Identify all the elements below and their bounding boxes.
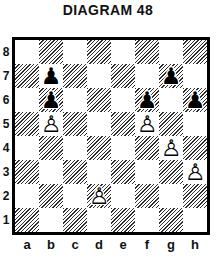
square-a2 — [15, 184, 39, 208]
square-a1 — [15, 208, 39, 232]
square-g7: ♟♟ — [159, 64, 183, 88]
square-c6 — [63, 88, 87, 112]
square-d3 — [87, 160, 111, 184]
file-label: a — [15, 237, 39, 252]
square-b5: ♟♙ — [39, 112, 63, 136]
white-pawn: ♟♙ — [159, 136, 183, 160]
square-d8 — [87, 40, 111, 64]
square-e6 — [111, 88, 135, 112]
piece-glyph: ♟ — [159, 64, 183, 88]
chess-board: ♟♟♟♟♟♟♟♟♟♟♟♙♟♙♟♙♟♙♟♙ — [12, 37, 210, 235]
black-pawn: ♟♟ — [135, 88, 159, 112]
square-h2 — [183, 184, 207, 208]
square-a8 — [15, 40, 39, 64]
file-label: b — [39, 237, 63, 252]
piece-glyph: ♟ — [39, 88, 63, 112]
square-a7 — [15, 64, 39, 88]
white-pawn: ♟♙ — [183, 160, 207, 184]
square-d5 — [87, 112, 111, 136]
square-e4 — [111, 136, 135, 160]
square-c2 — [63, 184, 87, 208]
square-g5 — [159, 112, 183, 136]
square-h1 — [183, 208, 207, 232]
square-c4 — [63, 136, 87, 160]
file-label: h — [183, 237, 207, 252]
board-area: 87654321 ♟♟♟♟♟♟♟♟♟♟♟♙♟♙♟♙♟♙♟♙ abcdefgh — [0, 37, 210, 252]
black-pawn: ♟♟ — [159, 64, 183, 88]
black-pawn: ♟♟ — [39, 64, 63, 88]
chess-diagram-page: DIAGRAM 48 87654321 ♟♟♟♟♟♟♟♟♟♟♟♙♟♙♟♙♟♙♟♙… — [0, 0, 216, 271]
square-f3 — [135, 160, 159, 184]
square-f8 — [135, 40, 159, 64]
piece-glyph: ♟ — [135, 88, 159, 112]
square-e5 — [111, 112, 135, 136]
piece-glyph: ♟ — [39, 64, 63, 88]
rank-labels: 87654321 — [0, 37, 12, 232]
square-g6 — [159, 88, 183, 112]
square-f1 — [135, 208, 159, 232]
square-b3 — [39, 160, 63, 184]
square-d7 — [87, 64, 111, 88]
square-e8 — [111, 40, 135, 64]
piece-glyph: ♟ — [183, 88, 207, 112]
rank-label: 6 — [0, 88, 12, 112]
piece-glyph: ♙ — [39, 112, 63, 136]
white-pawn: ♟♙ — [87, 184, 111, 208]
file-label: g — [159, 237, 183, 252]
square-a3 — [15, 160, 39, 184]
square-b6: ♟♟ — [39, 88, 63, 112]
piece-glyph: ♙ — [183, 160, 207, 184]
square-h5 — [183, 112, 207, 136]
file-label: e — [111, 237, 135, 252]
square-e3 — [111, 160, 135, 184]
square-g2 — [159, 184, 183, 208]
rank-label: 7 — [0, 64, 12, 88]
diagram-title: DIAGRAM 48 — [0, 2, 216, 18]
square-a6 — [15, 88, 39, 112]
square-b2 — [39, 184, 63, 208]
square-c1 — [63, 208, 87, 232]
square-e7 — [111, 64, 135, 88]
square-g3 — [159, 160, 183, 184]
square-b1 — [39, 208, 63, 232]
square-c7 — [63, 64, 87, 88]
square-d1 — [87, 208, 111, 232]
file-labels: abcdefgh — [15, 237, 210, 252]
piece-glyph: ♙ — [159, 136, 183, 160]
rank-label: 5 — [0, 112, 12, 136]
square-g4: ♟♙ — [159, 136, 183, 160]
file-label: f — [135, 237, 159, 252]
rank-label: 2 — [0, 184, 12, 208]
square-h6: ♟♟ — [183, 88, 207, 112]
file-label: d — [87, 237, 111, 252]
square-c3 — [63, 160, 87, 184]
square-a5 — [15, 112, 39, 136]
square-f4 — [135, 136, 159, 160]
piece-glyph: ♙ — [135, 112, 159, 136]
rank-label: 3 — [0, 160, 12, 184]
white-pawn: ♟♙ — [39, 112, 63, 136]
square-b8 — [39, 40, 63, 64]
square-c8 — [63, 40, 87, 64]
square-f7 — [135, 64, 159, 88]
square-h7 — [183, 64, 207, 88]
rank-label: 8 — [0, 40, 12, 64]
square-g8 — [159, 40, 183, 64]
square-b4 — [39, 136, 63, 160]
square-b7: ♟♟ — [39, 64, 63, 88]
white-pawn: ♟♙ — [135, 112, 159, 136]
piece-glyph: ♙ — [87, 184, 111, 208]
square-d6 — [87, 88, 111, 112]
square-d4 — [87, 136, 111, 160]
square-f5: ♟♙ — [135, 112, 159, 136]
square-c5 — [63, 112, 87, 136]
file-label: c — [63, 237, 87, 252]
square-f2 — [135, 184, 159, 208]
rank-label: 4 — [0, 136, 12, 160]
black-pawn: ♟♟ — [183, 88, 207, 112]
square-e1 — [111, 208, 135, 232]
square-d2: ♟♙ — [87, 184, 111, 208]
rank-label: 1 — [0, 208, 12, 232]
square-e2 — [111, 184, 135, 208]
black-pawn: ♟♟ — [39, 88, 63, 112]
square-h3: ♟♙ — [183, 160, 207, 184]
square-f6: ♟♟ — [135, 88, 159, 112]
square-g1 — [159, 208, 183, 232]
square-h8 — [183, 40, 207, 64]
square-a4 — [15, 136, 39, 160]
square-h4 — [183, 136, 207, 160]
